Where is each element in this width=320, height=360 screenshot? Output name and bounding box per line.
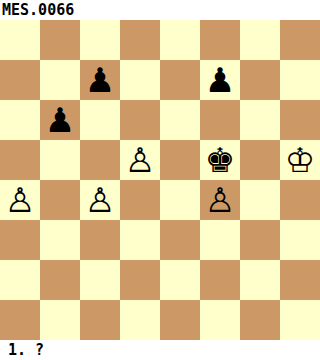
square-d4[interactable] xyxy=(120,180,160,220)
square-f4[interactable]: ♙ xyxy=(200,180,240,220)
square-h5[interactable]: ♔ xyxy=(280,140,320,180)
square-f8[interactable] xyxy=(200,20,240,60)
square-f6[interactable] xyxy=(200,100,240,140)
square-f3[interactable] xyxy=(200,220,240,260)
square-h6[interactable] xyxy=(280,100,320,140)
square-a3[interactable] xyxy=(0,220,40,260)
square-d5[interactable]: ♙ xyxy=(120,140,160,180)
square-b3[interactable] xyxy=(40,220,80,260)
square-f5[interactable]: ♚ xyxy=(200,140,240,180)
square-f2[interactable] xyxy=(200,260,240,300)
white-pawn-piece: ♙ xyxy=(205,180,235,220)
square-h2[interactable] xyxy=(280,260,320,300)
square-e2[interactable] xyxy=(160,260,200,300)
square-c2[interactable] xyxy=(80,260,120,300)
square-f1[interactable] xyxy=(200,300,240,340)
square-g4[interactable] xyxy=(240,180,280,220)
square-d2[interactable] xyxy=(120,260,160,300)
square-c8[interactable] xyxy=(80,20,120,60)
square-h3[interactable] xyxy=(280,220,320,260)
square-c1[interactable] xyxy=(80,300,120,340)
square-b2[interactable] xyxy=(40,260,80,300)
square-e4[interactable] xyxy=(160,180,200,220)
square-d1[interactable] xyxy=(120,300,160,340)
square-h4[interactable] xyxy=(280,180,320,220)
black-king-piece: ♚ xyxy=(205,140,235,180)
square-e5[interactable] xyxy=(160,140,200,180)
square-h7[interactable] xyxy=(280,60,320,100)
square-b6[interactable]: ♟ xyxy=(40,100,80,140)
white-pawn-piece: ♙ xyxy=(85,180,115,220)
square-b5[interactable] xyxy=(40,140,80,180)
square-c3[interactable] xyxy=(80,220,120,260)
square-g8[interactable] xyxy=(240,20,280,60)
square-e1[interactable] xyxy=(160,300,200,340)
square-a5[interactable] xyxy=(0,140,40,180)
square-d6[interactable] xyxy=(120,100,160,140)
move-prompt: 1. ? xyxy=(0,340,320,360)
square-h8[interactable] xyxy=(280,20,320,60)
square-c6[interactable] xyxy=(80,100,120,140)
white-pawn-piece: ♙ xyxy=(125,140,155,180)
square-g3[interactable] xyxy=(240,220,280,260)
square-h1[interactable] xyxy=(280,300,320,340)
square-g7[interactable] xyxy=(240,60,280,100)
square-a4[interactable]: ♙ xyxy=(0,180,40,220)
chess-board: ♟♟♟♙♚♔♙♙♙ xyxy=(0,20,320,340)
square-c5[interactable] xyxy=(80,140,120,180)
square-g1[interactable] xyxy=(240,300,280,340)
square-a1[interactable] xyxy=(0,300,40,340)
white-king-piece: ♔ xyxy=(285,140,315,180)
square-b4[interactable] xyxy=(40,180,80,220)
white-pawn-piece: ♙ xyxy=(5,180,35,220)
square-d8[interactable] xyxy=(120,20,160,60)
square-b1[interactable] xyxy=(40,300,80,340)
square-e7[interactable] xyxy=(160,60,200,100)
square-g6[interactable] xyxy=(240,100,280,140)
square-a2[interactable] xyxy=(0,260,40,300)
black-pawn-piece: ♟ xyxy=(45,100,75,140)
square-d3[interactable] xyxy=(120,220,160,260)
diagram-title: MES.0066 xyxy=(0,0,320,20)
square-a8[interactable] xyxy=(0,20,40,60)
black-pawn-piece: ♟ xyxy=(85,60,115,100)
square-c4[interactable]: ♙ xyxy=(80,180,120,220)
black-pawn-piece: ♟ xyxy=(205,60,235,100)
square-g5[interactable] xyxy=(240,140,280,180)
square-g2[interactable] xyxy=(240,260,280,300)
square-c7[interactable]: ♟ xyxy=(80,60,120,100)
square-b8[interactable] xyxy=(40,20,80,60)
square-b7[interactable] xyxy=(40,60,80,100)
square-e6[interactable] xyxy=(160,100,200,140)
square-f7[interactable]: ♟ xyxy=(200,60,240,100)
square-d7[interactable] xyxy=(120,60,160,100)
square-e3[interactable] xyxy=(160,220,200,260)
square-a6[interactable] xyxy=(0,100,40,140)
square-e8[interactable] xyxy=(160,20,200,60)
square-a7[interactable] xyxy=(0,60,40,100)
